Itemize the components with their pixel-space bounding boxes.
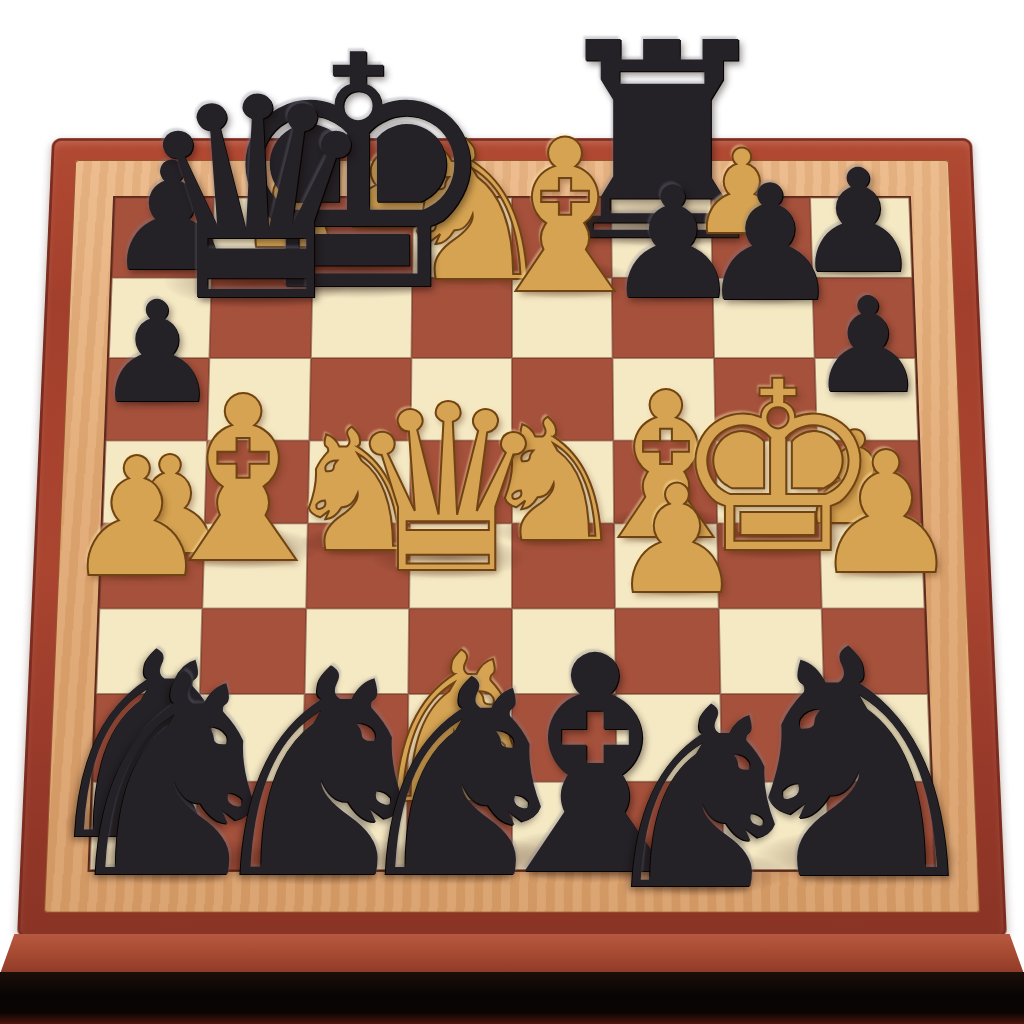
piece-gold-queen-d4[interactable]: ♛ — [321, 375, 576, 606]
scene: ♟♜♟♟♟♟♞♚♝♛♟♟♟♟♟♝♞♚♞♟♝♛♟♟♟♞♞♝♞♞♞♞♞ — [0, 0, 1024, 1024]
piece-gold-pawn-a4[interactable]: ♟ — [47, 437, 228, 601]
piece-gold-pawn-h4[interactable]: ♟ — [793, 430, 978, 599]
pieces-layer: ♟♜♟♟♟♟♞♚♝♛♟♟♟♟♟♝♞♚♞♟♝♛♟♟♟♞♞♝♞♞♞♞♞ — [0, 0, 1024, 1024]
piece-black-knight-f1[interactable]: ♞ — [566, 675, 841, 925]
